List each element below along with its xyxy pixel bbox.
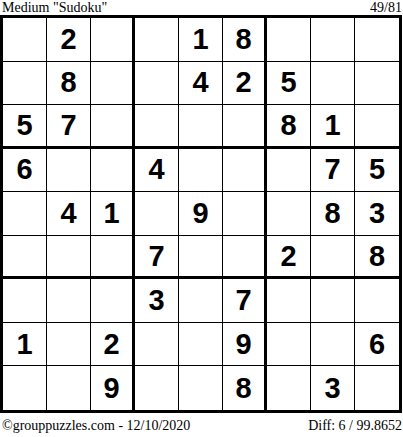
sudoku-cell-r6c1[interactable]: [3, 236, 47, 280]
sudoku-cell-r8c3[interactable]: 2: [91, 323, 135, 367]
sudoku-cell-r1c9[interactable]: [355, 18, 399, 62]
sudoku-cell-r1c6[interactable]: 8: [223, 18, 267, 62]
difficulty-text: Diff: 6 / 99.8652: [308, 418, 402, 434]
sudoku-cell-r2c2[interactable]: 8: [47, 62, 91, 106]
sudoku-cell-r4c2[interactable]: [47, 149, 91, 193]
sudoku-cell-r7c3[interactable]: [91, 279, 135, 323]
sudoku-board: 21884255781647541983728371296983: [0, 15, 402, 413]
puzzle-title: Medium "Sudoku": [2, 0, 107, 15]
sudoku-cell-r3c3[interactable]: [91, 105, 135, 149]
sudoku-cell-r3c8[interactable]: 1: [311, 105, 355, 149]
sudoku-cell-r6c3[interactable]: [91, 236, 135, 280]
sudoku-cell-r9c3[interactable]: 9: [91, 366, 135, 410]
footer: ©grouppuzzles.com - 12/10/2020 Diff: 6 /…: [2, 418, 402, 434]
sudoku-cell-r3c2[interactable]: 7: [47, 105, 91, 149]
sudoku-cell-r8c9[interactable]: 6: [355, 323, 399, 367]
sudoku-cell-r4c4[interactable]: 4: [135, 149, 179, 193]
sudoku-cell-r8c7[interactable]: [267, 323, 311, 367]
sudoku-cell-r4c6[interactable]: [223, 149, 267, 193]
sudoku-cell-r9c5[interactable]: [179, 366, 223, 410]
sudoku-cell-r7c2[interactable]: [47, 279, 91, 323]
sudoku-cell-r5c2[interactable]: 4: [47, 192, 91, 236]
sudoku-cell-r5c3[interactable]: 1: [91, 192, 135, 236]
sudoku-cell-r8c5[interactable]: [179, 323, 223, 367]
sudoku-cell-r1c1[interactable]: [3, 18, 47, 62]
sudoku-cell-r9c8[interactable]: 3: [311, 366, 355, 410]
sudoku-cell-r6c6[interactable]: [223, 236, 267, 280]
sudoku-cell-r5c5[interactable]: 9: [179, 192, 223, 236]
sudoku-cell-r3c6[interactable]: [223, 105, 267, 149]
sudoku-cell-r1c7[interactable]: [267, 18, 311, 62]
sudoku-cell-r4c5[interactable]: [179, 149, 223, 193]
sudoku-cell-r6c4[interactable]: 7: [135, 236, 179, 280]
header: Medium "Sudoku" 49/81: [2, 0, 402, 15]
sudoku-cell-r8c2[interactable]: [47, 323, 91, 367]
sudoku-cell-r2c7[interactable]: 5: [267, 62, 311, 106]
sudoku-cell-r5c9[interactable]: 3: [355, 192, 399, 236]
sudoku-cell-r3c9[interactable]: [355, 105, 399, 149]
sudoku-cell-r2c1[interactable]: [3, 62, 47, 106]
sudoku-cell-r6c8[interactable]: [311, 236, 355, 280]
sudoku-cell-r1c4[interactable]: [135, 18, 179, 62]
sudoku-cell-r6c9[interactable]: 8: [355, 236, 399, 280]
sudoku-cell-r7c4[interactable]: 3: [135, 279, 179, 323]
sudoku-cell-r9c4[interactable]: [135, 366, 179, 410]
sudoku-cell-r7c9[interactable]: [355, 279, 399, 323]
sudoku-cell-r3c5[interactable]: [179, 105, 223, 149]
sudoku-cell-r4c7[interactable]: [267, 149, 311, 193]
sudoku-cell-r2c6[interactable]: 2: [223, 62, 267, 106]
sudoku-cell-r4c8[interactable]: 7: [311, 149, 355, 193]
sudoku-cell-r1c2[interactable]: 2: [47, 18, 91, 62]
sudoku-cell-r3c1[interactable]: 5: [3, 105, 47, 149]
sudoku-cell-r1c8[interactable]: [311, 18, 355, 62]
sudoku-cell-r7c7[interactable]: [267, 279, 311, 323]
sudoku-cell-r9c2[interactable]: [47, 366, 91, 410]
sudoku-cell-r2c4[interactable]: [135, 62, 179, 106]
sudoku-cell-r8c6[interactable]: 9: [223, 323, 267, 367]
sudoku-cell-r8c4[interactable]: [135, 323, 179, 367]
sudoku-cell-r6c5[interactable]: [179, 236, 223, 280]
sudoku-cell-r8c8[interactable]: [311, 323, 355, 367]
sudoku-cell-r7c1[interactable]: [3, 279, 47, 323]
sudoku-cell-r7c6[interactable]: 7: [223, 279, 267, 323]
sudoku-cell-r5c1[interactable]: [3, 192, 47, 236]
sudoku-cell-r9c1[interactable]: [3, 366, 47, 410]
sudoku-cell-r2c5[interactable]: 4: [179, 62, 223, 106]
sudoku-cell-r5c8[interactable]: 8: [311, 192, 355, 236]
sudoku-cell-r4c1[interactable]: 6: [3, 149, 47, 193]
sudoku-cell-r7c5[interactable]: [179, 279, 223, 323]
sudoku-cell-r8c1[interactable]: 1: [3, 323, 47, 367]
copyright-text: ©grouppuzzles.com - 12/10/2020: [2, 418, 190, 434]
sudoku-cell-r9c9[interactable]: [355, 366, 399, 410]
sudoku-cell-r2c9[interactable]: [355, 62, 399, 106]
sudoku-cell-r5c7[interactable]: [267, 192, 311, 236]
sudoku-cell-r4c9[interactable]: 5: [355, 149, 399, 193]
sudoku-cell-r2c8[interactable]: [311, 62, 355, 106]
sudoku-cell-r3c4[interactable]: [135, 105, 179, 149]
empty-cell-counter: 49/81: [370, 0, 402, 15]
sudoku-cell-r3c7[interactable]: 8: [267, 105, 311, 149]
sudoku-cell-r1c3[interactable]: [91, 18, 135, 62]
sudoku-cell-r7c8[interactable]: [311, 279, 355, 323]
sudoku-cell-r9c6[interactable]: 8: [223, 366, 267, 410]
sudoku-cell-r1c5[interactable]: 1: [179, 18, 223, 62]
sudoku-cell-r4c3[interactable]: [91, 149, 135, 193]
sudoku-cell-r5c6[interactable]: [223, 192, 267, 236]
sudoku-cell-r6c2[interactable]: [47, 236, 91, 280]
sudoku-page: Medium "Sudoku" 49/81 218842557816475419…: [0, 0, 403, 437]
sudoku-cell-r6c7[interactable]: 2: [267, 236, 311, 280]
sudoku-cell-r5c4[interactable]: [135, 192, 179, 236]
sudoku-cell-r2c3[interactable]: [91, 62, 135, 106]
sudoku-cell-r9c7[interactable]: [267, 366, 311, 410]
